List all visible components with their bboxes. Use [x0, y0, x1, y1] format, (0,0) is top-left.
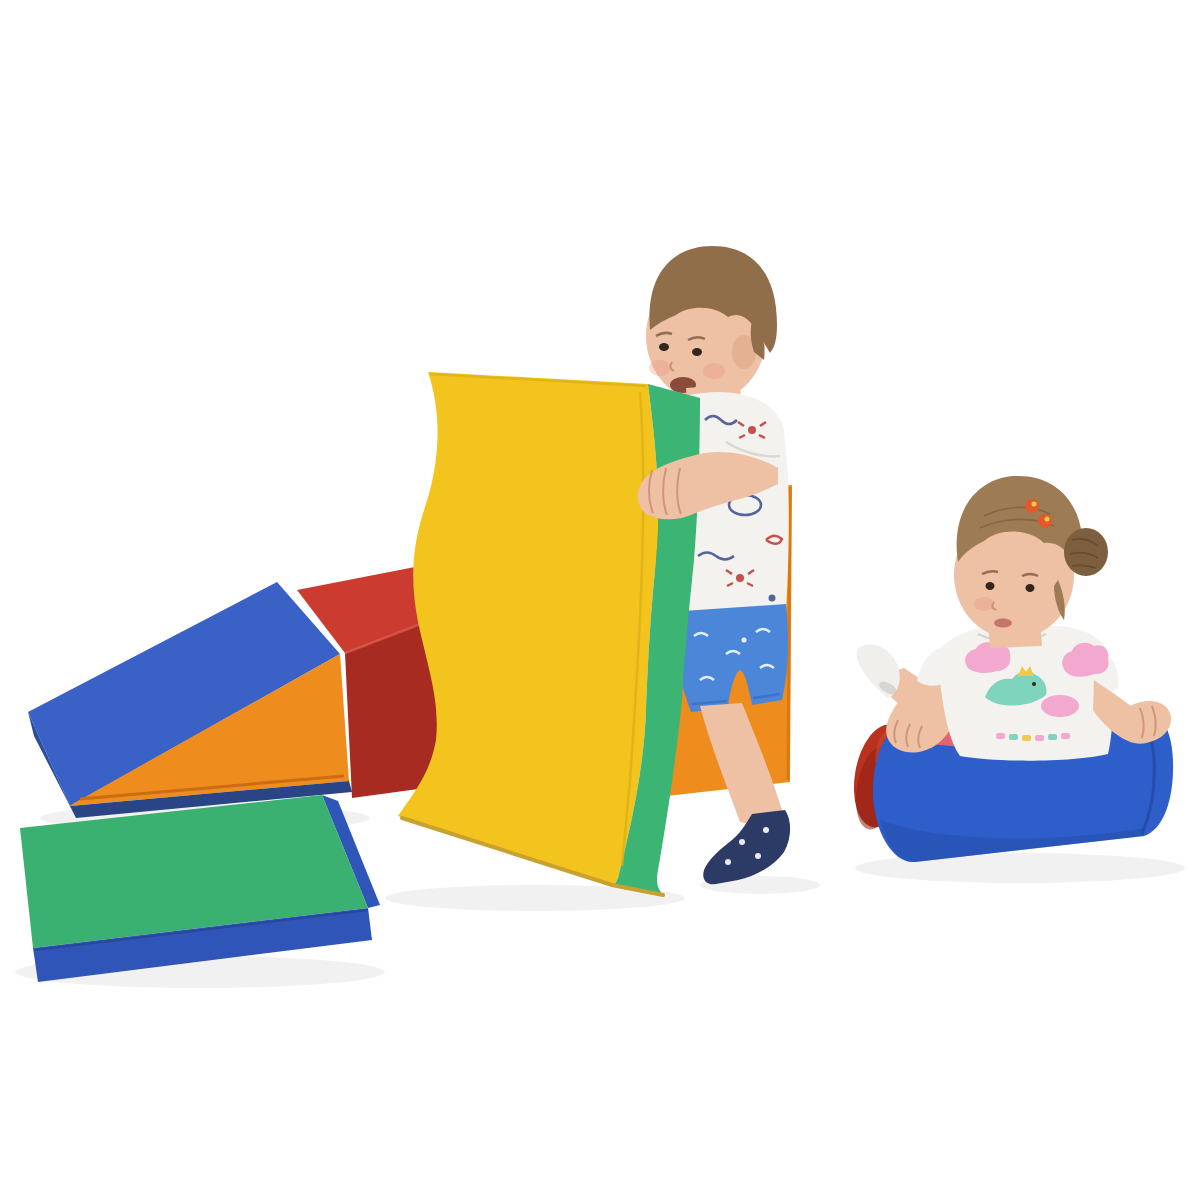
hem-dash: [1022, 735, 1031, 741]
shirt-print-dino-eye: [1032, 682, 1036, 686]
sock-print-dot: [725, 859, 731, 865]
shirt-print-mark: [769, 595, 776, 602]
hair-clip-dot: [1045, 517, 1050, 522]
hem-dash: [1048, 734, 1057, 740]
sock-print-dot: [763, 827, 769, 833]
girl-mouth: [994, 619, 1012, 628]
boy-left-cheek: [649, 360, 671, 376]
hair-clip: [1038, 514, 1052, 528]
boy-right-cheek: [703, 363, 725, 379]
girl-hair-bun: [1064, 528, 1108, 576]
product-photo: [0, 0, 1200, 1200]
hem-dash: [1061, 733, 1070, 739]
shirt-print-mark: [736, 574, 744, 582]
sock-print-dot: [739, 839, 745, 845]
shirt-print-mark: [748, 426, 756, 434]
girl: [857, 476, 1172, 761]
girl-cheek: [974, 597, 994, 611]
incline-wedge: [28, 582, 352, 818]
hair-clip: [1025, 499, 1039, 513]
boy-right-eye: [692, 348, 702, 356]
girl-right-eye: [1026, 584, 1035, 592]
soft-play-scene: [0, 0, 1200, 1200]
wave-mat-front: [398, 372, 658, 886]
flat-mat: [20, 795, 380, 982]
hem-dash: [996, 733, 1005, 739]
hair-clip-dot: [1032, 502, 1037, 507]
boy-left-eye: [659, 343, 669, 351]
shorts-print-dot: [742, 638, 747, 643]
hem-dash: [1035, 735, 1044, 741]
shirt-print-cloud-low: [1041, 695, 1079, 717]
sock-print-dot: [755, 853, 761, 859]
girl-left-eye: [986, 582, 995, 590]
hem-dash: [1009, 734, 1018, 740]
wave-mat: [398, 372, 700, 896]
